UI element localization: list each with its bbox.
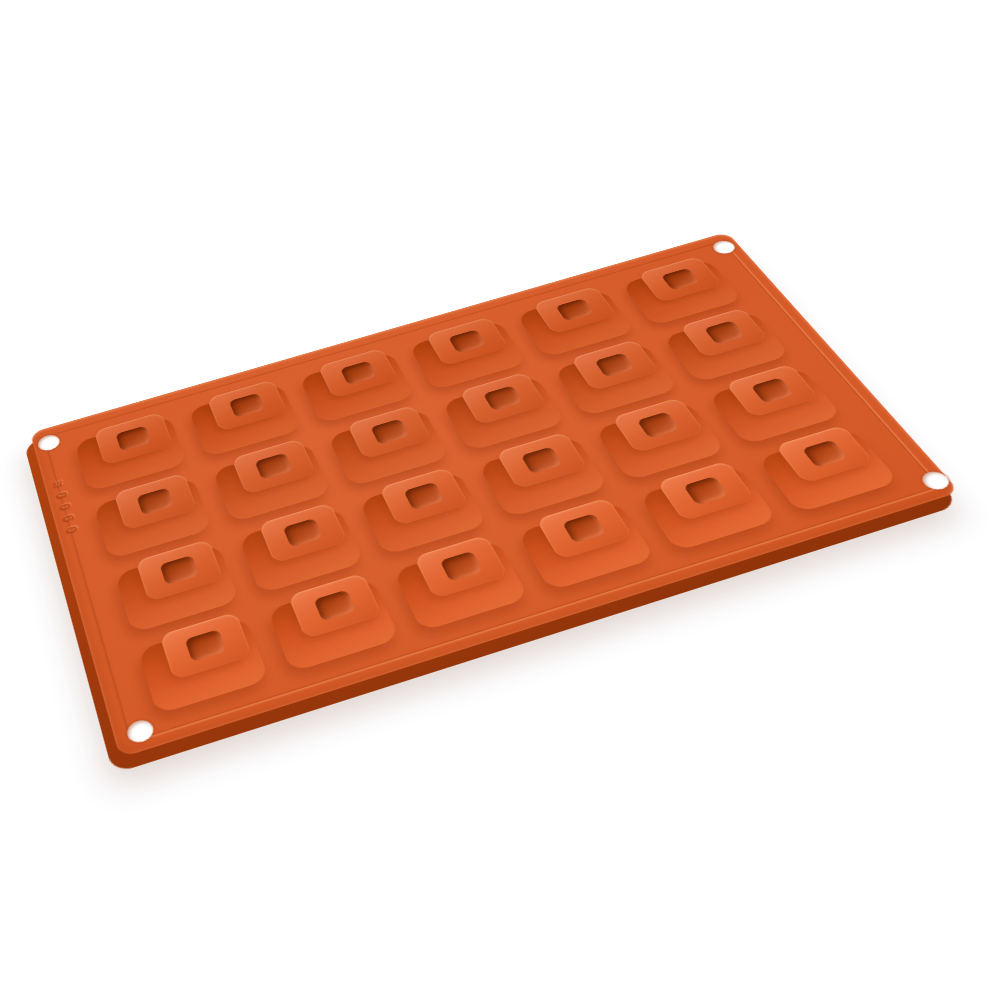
cavity-dimple [185, 629, 227, 662]
cavity-dimple [370, 419, 409, 445]
cavity-dimple [555, 298, 594, 321]
cavity-dimple [137, 487, 175, 515]
cavity-dimple [254, 453, 292, 480]
cavity-dimple [448, 329, 486, 353]
cavity-dimple [801, 440, 847, 468]
cavity-bump [753, 425, 902, 514]
cavity-dimple [403, 482, 444, 510]
cavity-dimple [750, 377, 794, 403]
cavity-dimple [660, 268, 699, 290]
cavity-dimple [116, 425, 152, 451]
cavity-dimple [340, 361, 377, 385]
mold-tray-surface: ≋0060 [30, 232, 960, 758]
cavity-bump [263, 573, 403, 673]
cavity-bump [513, 498, 658, 592]
cavity-dimple [683, 476, 728, 505]
cavity-dimple [637, 411, 680, 438]
cavity-dimple [703, 320, 744, 344]
cavity-dimple [160, 555, 200, 585]
photo-background: ≋0060 [0, 0, 1000, 1000]
cavity-dimple [483, 385, 523, 411]
cavity-bump [389, 535, 532, 632]
cavity-bump [134, 612, 272, 715]
cavity-dimple [229, 393, 265, 418]
cavity-grid [30, 232, 960, 758]
cavity-dimple [439, 551, 483, 582]
cavity-bump [634, 461, 781, 552]
cavity-dimple [313, 589, 356, 621]
cavity-dimple [283, 518, 323, 547]
silicone-mold: ≋0060 [30, 232, 960, 758]
cavity-dimple [562, 513, 606, 543]
cavity-dimple [521, 446, 563, 474]
cavity-dimple [594, 352, 635, 377]
